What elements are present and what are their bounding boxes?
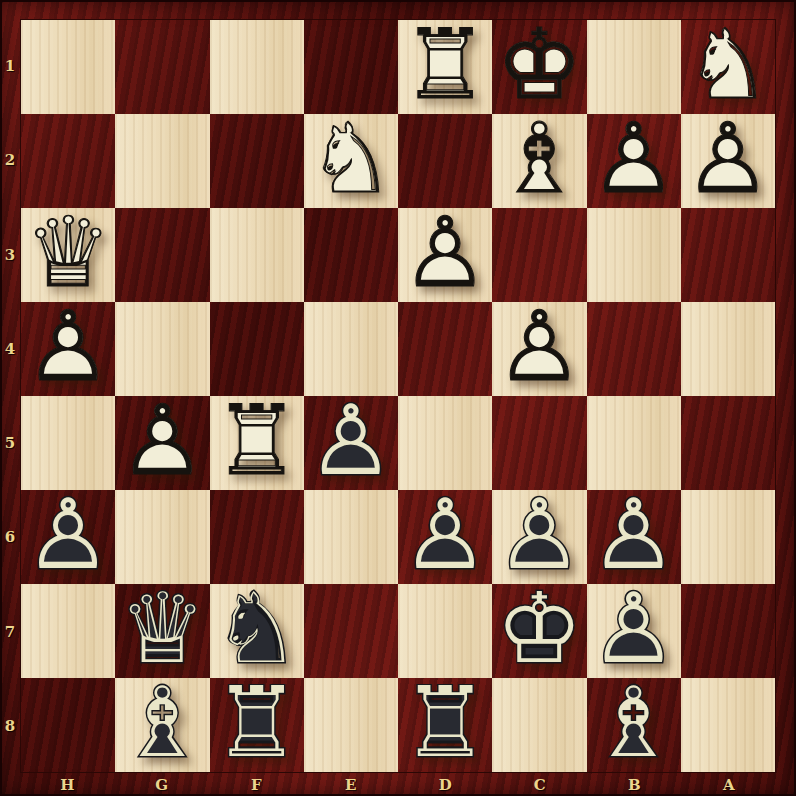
black-pawn-b6[interactable]: ♟♙ — [587, 490, 681, 584]
black-pawn-c6[interactable]: ♟♙ — [492, 490, 586, 584]
white-bishop-c2[interactable]: ♝♗ — [492, 114, 586, 208]
square-g5[interactable]: ♟♙ — [115, 396, 209, 490]
rank-label-5: 5 — [0, 396, 20, 490]
square-b5[interactable] — [587, 396, 681, 490]
square-b3[interactable] — [587, 208, 681, 302]
square-d5[interactable] — [398, 396, 492, 490]
piece-line-glyph: ♙ — [398, 208, 492, 301]
piece-line-glyph: ♙ — [587, 584, 681, 677]
square-c2[interactable]: ♝♗ — [492, 114, 586, 208]
black-king-c7[interactable]: ♚♔ — [492, 584, 586, 678]
square-d7[interactable] — [398, 584, 492, 678]
piece-line-glyph: ♗ — [492, 114, 586, 207]
piece-line-glyph: ♔ — [492, 20, 586, 113]
square-d3[interactable]: ♟♙ — [398, 208, 492, 302]
piece-line-glyph: ♙ — [587, 490, 681, 583]
square-g2[interactable] — [115, 114, 209, 208]
square-g6[interactable] — [115, 490, 209, 584]
rank-label-4: 4 — [0, 302, 20, 396]
square-e5[interactable]: ♟♙ — [304, 396, 398, 490]
black-bishop-b8[interactable]: ♝♗ — [587, 678, 681, 772]
square-h7[interactable] — [21, 584, 115, 678]
square-c1[interactable]: ♚♔ — [492, 20, 586, 114]
square-f6[interactable] — [210, 490, 304, 584]
square-g8[interactable]: ♝♗ — [115, 678, 209, 772]
square-e1[interactable] — [304, 20, 398, 114]
square-e7[interactable] — [304, 584, 398, 678]
file-label-h: H — [20, 773, 115, 796]
white-pawn-b2[interactable]: ♟♙ — [587, 114, 681, 208]
square-c5[interactable] — [492, 396, 586, 490]
square-b7[interactable]: ♟♙ — [587, 584, 681, 678]
square-f2[interactable] — [210, 114, 304, 208]
square-g4[interactable] — [115, 302, 209, 396]
white-pawn-c4[interactable]: ♟♙ — [492, 302, 586, 396]
piece-line-glyph: ♙ — [492, 490, 586, 583]
square-a5[interactable] — [681, 396, 775, 490]
file-label-f: F — [209, 773, 304, 796]
square-d8[interactable]: ♜♖ — [398, 678, 492, 772]
black-pawn-h6[interactable]: ♟♙ — [21, 490, 115, 584]
piece-line-glyph: ♘ — [681, 20, 775, 113]
black-bishop-g8[interactable]: ♝♗ — [115, 678, 209, 772]
square-b2[interactable]: ♟♙ — [587, 114, 681, 208]
white-pawn-h4[interactable]: ♟♙ — [21, 302, 115, 396]
rank-labels: 12345678 — [0, 19, 20, 773]
square-a7[interactable] — [681, 584, 775, 678]
black-rook-d8[interactable]: ♜♖ — [398, 678, 492, 772]
piece-line-glyph: ♙ — [21, 490, 115, 583]
square-g7[interactable]: ♛♕ — [115, 584, 209, 678]
square-a1[interactable]: ♞♘ — [681, 20, 775, 114]
board: ♜♖♚♔♞♘♞♘♝♗♟♙♟♙♛♕♟♙♟♙♟♙♟♙♜♖♟♙♟♙♟♙♟♙♟♙♛♕♞♘… — [20, 19, 776, 773]
piece-line-glyph: ♘ — [304, 114, 398, 207]
rank-label-6: 6 — [0, 490, 20, 584]
square-b4[interactable] — [587, 302, 681, 396]
file-label-g: G — [115, 773, 210, 796]
square-f8[interactable]: ♜♖ — [210, 678, 304, 772]
chess-board-frame: 12345678 ♜♖♚♔♞♘♞♘♝♗♟♙♟♙♛♕♟♙♟♙♟♙♟♙♜♖♟♙♟♙♟… — [0, 0, 796, 796]
file-label-d: D — [398, 773, 493, 796]
square-f1[interactable] — [210, 20, 304, 114]
piece-line-glyph: ♙ — [21, 302, 115, 395]
square-g3[interactable] — [115, 208, 209, 302]
square-d1[interactable]: ♜♖ — [398, 20, 492, 114]
square-d6[interactable]: ♟♙ — [398, 490, 492, 584]
square-e2[interactable]: ♞♘ — [304, 114, 398, 208]
square-a3[interactable] — [681, 208, 775, 302]
white-queen-h3[interactable]: ♛♕ — [21, 208, 115, 302]
rank-label-1: 1 — [0, 19, 20, 113]
square-g1[interactable] — [115, 20, 209, 114]
white-knight-e2[interactable]: ♞♘ — [304, 114, 398, 208]
white-pawn-g5[interactable]: ♟♙ — [115, 396, 209, 490]
square-h4[interactable]: ♟♙ — [21, 302, 115, 396]
black-pawn-e5[interactable]: ♟♙ — [304, 396, 398, 490]
square-c4[interactable]: ♟♙ — [492, 302, 586, 396]
square-e4[interactable] — [304, 302, 398, 396]
piece-line-glyph: ♕ — [115, 584, 209, 677]
square-h1[interactable] — [21, 20, 115, 114]
piece-line-glyph: ♕ — [21, 208, 115, 301]
piece-line-glyph: ♙ — [587, 114, 681, 207]
square-h5[interactable] — [21, 396, 115, 490]
black-pawn-b7[interactable]: ♟♙ — [587, 584, 681, 678]
rank-label-3: 3 — [0, 208, 20, 302]
square-a4[interactable] — [681, 302, 775, 396]
file-label-a: A — [682, 773, 777, 796]
square-f4[interactable] — [210, 302, 304, 396]
square-b6[interactable]: ♟♙ — [587, 490, 681, 584]
square-d2[interactable] — [398, 114, 492, 208]
square-a6[interactable] — [681, 490, 775, 584]
square-c7[interactable]: ♚♔ — [492, 584, 586, 678]
piece-line-glyph: ♙ — [304, 396, 398, 489]
square-f5[interactable]: ♜♖ — [210, 396, 304, 490]
white-pawn-a2[interactable]: ♟♙ — [681, 114, 775, 208]
file-labels: HGFEDCBA — [20, 773, 776, 796]
piece-line-glyph: ♗ — [587, 678, 681, 771]
square-d4[interactable] — [398, 302, 492, 396]
white-rook-f5[interactable]: ♜♖ — [210, 396, 304, 490]
black-pawn-d6[interactable]: ♟♙ — [398, 490, 492, 584]
square-c6[interactable]: ♟♙ — [492, 490, 586, 584]
file-label-e: E — [304, 773, 399, 796]
square-b8[interactable]: ♝♗ — [587, 678, 681, 772]
white-rook-d1[interactable]: ♜♖ — [398, 20, 492, 114]
square-e6[interactable] — [304, 490, 398, 584]
piece-line-glyph: ♖ — [210, 396, 304, 489]
square-h2[interactable] — [21, 114, 115, 208]
square-f3[interactable] — [210, 208, 304, 302]
square-c8[interactable] — [492, 678, 586, 772]
piece-line-glyph: ♖ — [210, 678, 304, 771]
piece-line-glyph: ♙ — [398, 490, 492, 583]
black-rook-f8[interactable]: ♜♖ — [210, 678, 304, 772]
square-c3[interactable] — [492, 208, 586, 302]
square-h3[interactable]: ♛♕ — [21, 208, 115, 302]
piece-line-glyph: ♘ — [210, 584, 304, 677]
file-label-c: C — [493, 773, 588, 796]
black-knight-f7[interactable]: ♞♘ — [210, 584, 304, 678]
square-e3[interactable] — [304, 208, 398, 302]
square-e8[interactable] — [304, 678, 398, 772]
file-label-b: B — [587, 773, 682, 796]
rank-label-2: 2 — [0, 113, 20, 207]
square-a8[interactable] — [681, 678, 775, 772]
white-knight-a1[interactable]: ♞♘ — [681, 20, 775, 114]
rank-label-7: 7 — [0, 585, 20, 679]
white-pawn-d3[interactable]: ♟♙ — [398, 208, 492, 302]
square-h8[interactable] — [21, 678, 115, 772]
black-queen-g7[interactable]: ♛♕ — [115, 584, 209, 678]
square-h6[interactable]: ♟♙ — [21, 490, 115, 584]
piece-line-glyph: ♔ — [492, 584, 586, 677]
square-f7[interactable]: ♞♘ — [210, 584, 304, 678]
square-b1[interactable] — [587, 20, 681, 114]
rank-label-8: 8 — [0, 679, 20, 773]
piece-line-glyph: ♙ — [115, 396, 209, 489]
piece-line-glyph: ♗ — [115, 678, 209, 771]
square-a2[interactable]: ♟♙ — [681, 114, 775, 208]
piece-line-glyph: ♖ — [398, 20, 492, 113]
piece-line-glyph: ♖ — [398, 678, 492, 771]
piece-line-glyph: ♙ — [492, 302, 586, 395]
piece-line-glyph: ♙ — [681, 114, 775, 207]
white-king-c1[interactable]: ♚♔ — [492, 20, 586, 114]
